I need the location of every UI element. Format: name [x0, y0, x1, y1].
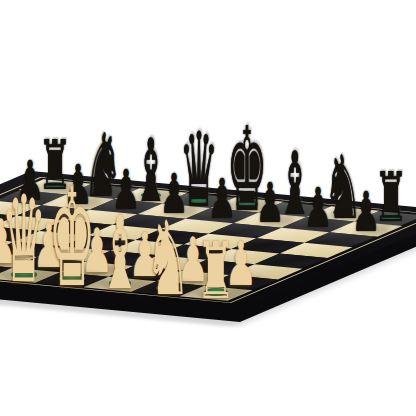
pieces-layer: ♜♞♝♟♛♟♚♟♝♟♞♟♜♟♟♟♟♟♟♜♟♞♟♝♟♛♟♚♟♝♞♜	[0, 0, 416, 416]
white-queen-icon: ♛	[1, 181, 47, 301]
black-pawn-icon: ♟	[255, 177, 284, 232]
chess-set-photo: ♜♞♝♟♛♟♚♟♝♟♞♟♜♟♟♟♟♟♟♜♟♞♟♝♟♛♟♚♟♝♞♜	[0, 0, 416, 416]
black-pawn-icon: ♟	[351, 186, 380, 241]
white-king-icon: ♚	[48, 173, 96, 308]
white-bishop-icon: ♝	[99, 205, 141, 306]
white-rook-icon: ♜	[196, 231, 235, 310]
white-knight-icon: ♞	[145, 208, 191, 310]
black-pawn-icon: ♟	[207, 172, 236, 227]
black-pawn-icon: ♟	[303, 181, 332, 236]
